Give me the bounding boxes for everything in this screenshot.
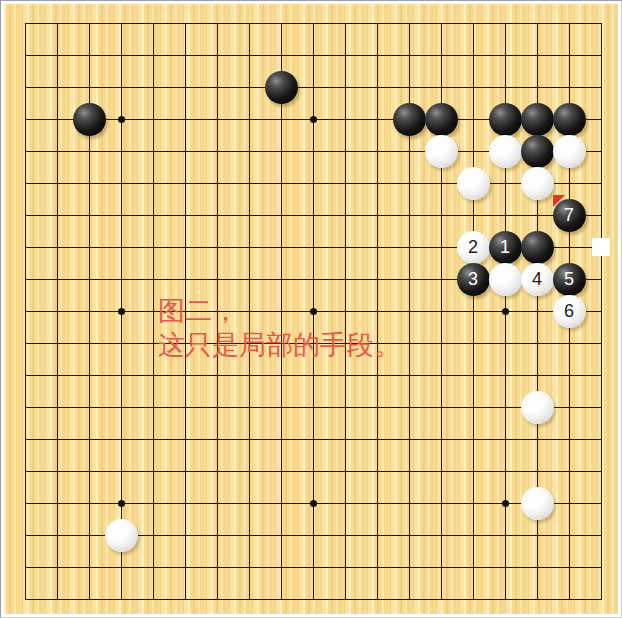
stone-black-5: 5 (553, 263, 586, 296)
stone-black (489, 103, 522, 136)
annotation-text: 图二， 这只是局部的手段。 (158, 294, 401, 362)
move-number: 3 (468, 270, 478, 288)
stone-black (393, 103, 426, 136)
star-point (118, 500, 125, 507)
stone-white-2: 2 (457, 231, 490, 264)
star-point (310, 116, 317, 123)
move-number: 4 (532, 270, 542, 288)
stone-white (489, 263, 522, 296)
stone-white (457, 167, 490, 200)
star-point (310, 500, 317, 507)
annotation-line-1: 图二， (158, 294, 401, 328)
star-point (310, 308, 317, 315)
move-number: 1 (500, 238, 510, 256)
star-point (118, 116, 125, 123)
move-number: 5 (564, 270, 574, 288)
stone-black (425, 103, 458, 136)
annotation-line-2: 这只是局部的手段。 (158, 328, 401, 362)
red-triangle-marker (553, 195, 565, 207)
stone-white-6: 6 (553, 295, 586, 328)
move-number: 7 (564, 206, 574, 224)
white-square-marker (592, 238, 610, 256)
star-point (502, 500, 509, 507)
stone-black-1: 1 (489, 231, 522, 264)
move-number: 6 (564, 302, 574, 320)
stone-white (521, 487, 554, 520)
stone-white (521, 167, 554, 200)
stone-white (425, 135, 458, 168)
diagram-frame: 图二， 这只是局部的手段。 7213456 (0, 0, 622, 618)
star-point (502, 308, 509, 315)
stone-black (553, 103, 586, 136)
go-board[interactable]: 图二， 这只是局部的手段。 7213456 (4, 4, 618, 614)
stone-white-4: 4 (521, 263, 554, 296)
stone-black (265, 71, 298, 104)
stone-white (489, 135, 522, 168)
stone-white (105, 519, 138, 552)
stone-white (521, 391, 554, 424)
stone-black (521, 103, 554, 136)
stone-white (553, 135, 586, 168)
stone-black (521, 231, 554, 264)
stone-black-3: 3 (457, 263, 490, 296)
move-number: 2 (468, 238, 478, 256)
stone-black (73, 103, 106, 136)
stone-black (521, 135, 554, 168)
star-point (118, 308, 125, 315)
